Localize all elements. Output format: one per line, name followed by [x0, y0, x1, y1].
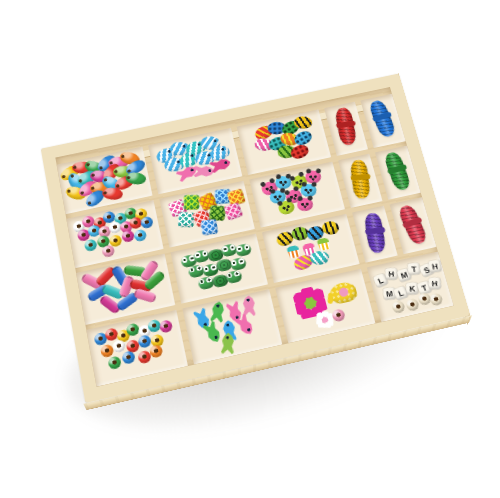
cyl-bead — [100, 283, 125, 300]
compartment-r3c2-frog-eye-beads — [170, 234, 267, 304]
cup-bead — [301, 242, 317, 257]
compartment-r3c4a-purple-cord — [352, 206, 398, 263]
letter-bead-T: T — [408, 263, 422, 276]
frog-bead — [187, 264, 204, 279]
round-bead — [137, 334, 152, 349]
round-bead — [104, 327, 118, 342]
compartment-r3c3-bee-and-cupcake-beads — [262, 214, 359, 282]
letter-bead-M: M — [396, 268, 412, 283]
letter-bead-K: K — [405, 282, 418, 294]
round-bead — [137, 350, 152, 365]
fish-bead — [221, 333, 235, 355]
round-bead — [137, 324, 151, 339]
letter-bead-L: L — [373, 273, 389, 288]
round-bead — [405, 298, 420, 312]
round-bead — [84, 238, 98, 252]
round-bead — [159, 319, 174, 333]
letter-bead-M: M — [382, 287, 396, 300]
eggstripe-bead — [293, 116, 312, 129]
cord-bead — [334, 107, 357, 146]
round-bead — [150, 333, 165, 348]
cat-bead — [297, 198, 314, 212]
round-bead — [417, 292, 432, 306]
cord-bead — [383, 151, 412, 192]
round-bead — [109, 234, 123, 248]
product-photo: LHMTSHMLKTH — [0, 0, 500, 498]
round-bead — [429, 292, 444, 306]
cup-bead — [286, 244, 302, 259]
round-bead — [116, 328, 130, 343]
frogplain-bead — [215, 258, 232, 273]
cyl-bead — [143, 269, 167, 291]
flower-bead — [291, 284, 328, 320]
cord-bead — [363, 212, 386, 254]
cyl-bead — [139, 259, 160, 282]
letter-bead-T: T — [416, 280, 432, 295]
fish-bead — [225, 300, 244, 324]
cyl-bead — [123, 265, 147, 277]
letter-bead-L: L — [393, 285, 409, 300]
sq-bead — [223, 202, 243, 221]
cord-bead — [349, 160, 370, 200]
sq-bead — [184, 194, 200, 209]
round-bead — [125, 339, 140, 354]
eleph-bead — [328, 281, 359, 306]
fish-bead — [221, 319, 237, 342]
frog-bead — [197, 276, 214, 291]
cyl-bead — [98, 294, 122, 315]
round-bead — [112, 339, 126, 354]
cyl-bead — [86, 283, 111, 303]
compartment-r2c4a-yellow-cord — [338, 153, 383, 208]
frogplain-bead — [207, 248, 224, 263]
fish-bead — [242, 295, 256, 317]
cord-bead — [397, 203, 429, 246]
eggstripe-bead — [292, 252, 315, 272]
letter-bead-H: H — [385, 268, 398, 280]
eggstripe-bead — [310, 250, 330, 264]
fish-bead — [193, 307, 213, 331]
cyl-bead — [133, 287, 158, 303]
frog-bead — [235, 243, 252, 257]
cyl-bead — [80, 272, 104, 290]
bee-bead — [275, 230, 296, 249]
round-bead — [126, 323, 140, 338]
round-bead — [100, 344, 114, 359]
cyl-bead — [115, 291, 139, 312]
round-bead — [140, 216, 154, 230]
frog-bead — [229, 257, 246, 272]
flower-bead — [316, 311, 333, 328]
letter-bead-S: S — [418, 262, 434, 278]
fish-bead — [194, 165, 215, 177]
fish-bead — [233, 312, 256, 337]
round-bead — [391, 299, 406, 313]
cyl-bead — [129, 278, 153, 292]
round-bead — [331, 308, 346, 322]
letter-bead-H: H — [428, 277, 441, 289]
round-bead — [108, 355, 123, 370]
frogplain-bead — [211, 273, 228, 288]
frog-bead — [225, 269, 242, 284]
round-bead — [148, 319, 162, 333]
round-bead — [77, 229, 91, 243]
letter-bead-H: H — [428, 259, 442, 272]
fish-bead — [202, 320, 224, 345]
cyl-bead — [118, 275, 135, 299]
cord-bead — [368, 99, 398, 139]
sq-bead — [201, 219, 219, 236]
round-bead — [122, 351, 137, 366]
round-bead — [94, 332, 108, 347]
